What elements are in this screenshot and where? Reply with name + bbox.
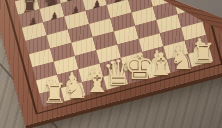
chess-photo-scene: ♜♞♝♛♚♝♞♜♟♟♟♟♟♟♟♟♟♟♟♟♟♟♟♟♜♞♝♛♚♝♞♜ [0,0,222,128]
